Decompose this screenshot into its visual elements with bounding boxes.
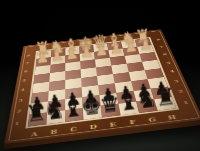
- square-b5[interactable]: [49, 71, 65, 82]
- piece-white-pawn[interactable]: ♟: [94, 42, 109, 58]
- piece-white-pawn[interactable]: ♟: [109, 41, 124, 57]
- board-grid: ♜♞♝♚♛♝♞♜♟♟♟♟♟♟♟♟♟♟♟♟♟♟♟♟♜♞♝♚♛♝♞♜: [25, 37, 179, 128]
- piece-white-pawn[interactable]: ♟: [138, 37, 153, 53]
- square-h1[interactable]: ♜: [154, 97, 176, 111]
- piece-white-pawn[interactable]: ♟: [35, 50, 50, 66]
- board-plane: ABCDEFGH 87654321 87654321 ♜♞♝♚♛♝♞♜♟♟♟♟♟…: [4, 29, 200, 144]
- piece-white-pawn[interactable]: ♟: [123, 39, 138, 55]
- rank-label: 8: [22, 51, 34, 60]
- file-label: H: [161, 113, 183, 122]
- rank-label: 6: [19, 67, 32, 77]
- rank-label: 7: [21, 59, 33, 68]
- rank-label: 5: [161, 58, 176, 68]
- file-label: F: [122, 117, 143, 127]
- rank-label: 6: [158, 50, 173, 59]
- piece-white-pawn[interactable]: ♟: [49, 48, 64, 64]
- square-c6[interactable]: [65, 61, 80, 71]
- rank-label: 1: [177, 96, 196, 109]
- piece-black-rook[interactable]: ♜: [154, 84, 178, 110]
- rank-label: 4: [164, 66, 180, 77]
- file-label: A: [24, 129, 44, 139]
- board-frame: ABCDEFGH 87654321 87654321 ♜♞♝♚♛♝♞♜♟♟♟♟♟…: [4, 29, 200, 144]
- chess-photo-scene: ABCDEFGH 87654321 87654321 ♜♞♝♚♛♝♞♜♟♟♟♟♟…: [0, 0, 200, 151]
- rank-label: 5: [18, 75, 31, 86]
- rank-label: 1: [9, 116, 25, 130]
- file-label: C: [64, 124, 84, 134]
- square-h5[interactable]: [142, 60, 161, 70]
- square-a5[interactable]: [33, 73, 49, 84]
- square-e5[interactable]: [96, 66, 113, 76]
- file-label: B: [44, 127, 64, 137]
- piece-white-pawn[interactable]: ♟: [64, 46, 79, 62]
- chess-board: ABCDEFGH 87654321 87654321 ♜♞♝♚♛♝♞♜♟♟♟♟♟…: [6, 0, 189, 151]
- rank-label: 8: [152, 36, 166, 44]
- piece-white-pawn[interactable]: ♟: [79, 44, 94, 60]
- file-label: E: [103, 120, 124, 130]
- file-label: G: [142, 115, 164, 124]
- file-label: D: [83, 122, 103, 132]
- rank-label: 7: [155, 42, 169, 51]
